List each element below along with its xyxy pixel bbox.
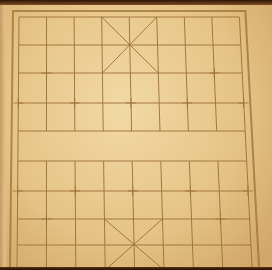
board-grid [0,0,272,270]
xiangqi-board-screen[interactable]: 楚河 漢界 車馬象士將士象馬車炮卒卒卒卒卒炮兵兵兵兵兵馬炮車馬相仕帥仕相車 豌豆… [0,0,272,270]
board-frame-top [0,0,272,5]
board-frame-left [0,0,7,270]
board-frame-right [262,0,272,270]
